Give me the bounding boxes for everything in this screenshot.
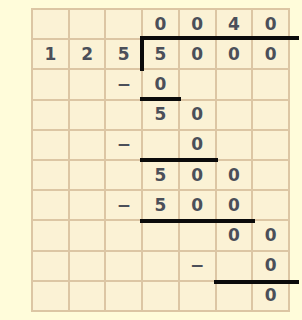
grid-cell-r7-c7 <box>253 191 288 219</box>
grid-cell-r1-c1 <box>33 10 68 38</box>
grid-cell-r1-c6: 4 <box>217 10 252 38</box>
grid-cell-r10-c1 <box>33 282 68 310</box>
grid-cell-r4-c6 <box>217 101 252 129</box>
grid-cell-r3-c5 <box>180 70 215 98</box>
grid-cell-r6-c3 <box>106 161 141 189</box>
grid-cell-r1-c2 <box>70 10 105 38</box>
grid-cell-r4-c3 <box>106 101 141 129</box>
grid-cell-r2-c7: 0 <box>253 40 288 68</box>
grid-cell-r9-c7: 0 <box>253 252 288 280</box>
grid-cell-r3-c6 <box>217 70 252 98</box>
grid-cell-r7-c5: 0 <box>180 191 215 219</box>
subtraction-rule-1 <box>140 97 181 101</box>
division-bracket-vertical <box>140 36 144 70</box>
grid-cell-r3-c2 <box>70 70 105 98</box>
grid-cell-r8-c7: 0 <box>253 221 288 249</box>
grid-cell-r9-c6 <box>217 252 252 280</box>
grid-cell-r5-c1 <box>33 131 68 159</box>
grid-cell-r10-c4 <box>143 282 178 310</box>
grid-cell-r9-c1 <box>33 252 68 280</box>
grid-cell-r6-c2 <box>70 161 105 189</box>
grid-cell-r4-c4: 5 <box>143 101 178 129</box>
grid-cell-r6-c5: 0 <box>180 161 215 189</box>
grid-cell-r2-c4: 5 <box>143 40 178 68</box>
grid-cell-r2-c2: 2 <box>70 40 105 68</box>
grid-cell-r6-c4: 5 <box>143 161 178 189</box>
grid-cell-r1-c5: 0 <box>180 10 215 38</box>
grid-cell-r5-c6 <box>217 131 252 159</box>
grid-cell-r8-c2 <box>70 221 105 249</box>
grid-cell-r2-c6: 0 <box>217 40 252 68</box>
grid-cell-r3-c3: − <box>106 70 141 98</box>
grid-cell-r7-c1 <box>33 191 68 219</box>
grid-cell-r8-c5 <box>180 221 215 249</box>
grid-cell-r9-c5: − <box>180 252 215 280</box>
grid-cell-r10-c3 <box>106 282 141 310</box>
grid-cell-r5-c7 <box>253 131 288 159</box>
grid-cell-r7-c3: − <box>106 191 141 219</box>
grid-cell-r7-c6: 0 <box>217 191 252 219</box>
grid-cell-r8-c4 <box>143 221 178 249</box>
grid-cell-r6-c7 <box>253 161 288 189</box>
grid-cell-r7-c2 <box>70 191 105 219</box>
grid-cell-r8-c3 <box>106 221 141 249</box>
grid-cell-r2-c3: 5 <box>106 40 141 68</box>
grid-cell-r5-c2 <box>70 131 105 159</box>
grid-cell-r10-c7: 0 <box>253 282 288 310</box>
grid-cell-r7-c4: 5 <box>143 191 178 219</box>
grid-cell-r9-c2 <box>70 252 105 280</box>
grid-cell-r5-c4 <box>143 131 178 159</box>
grid-cell-r1-c3 <box>106 10 141 38</box>
grid-cell-r10-c2 <box>70 282 105 310</box>
grid-cell-r6-c6: 0 <box>217 161 252 189</box>
grid-cell-r9-c3 <box>106 252 141 280</box>
grid-cell-r4-c1 <box>33 101 68 129</box>
grid-cell-r10-c6 <box>217 282 252 310</box>
long-division-worksheet: 00401255000−050−0500−50000−00 <box>0 0 302 320</box>
grid-cell-r4-c5: 0 <box>180 101 215 129</box>
grid-cell-r3-c1 <box>33 70 68 98</box>
grid-cell-r8-c6: 0 <box>217 221 252 249</box>
grid-cell-r5-c3: − <box>106 131 141 159</box>
grid-cell-r9-c4 <box>143 252 178 280</box>
division-vinculum <box>140 36 299 40</box>
grid-cell-r6-c1 <box>33 161 68 189</box>
grid-cell-r3-c7 <box>253 70 288 98</box>
grid-cell-r4-c2 <box>70 101 105 129</box>
grid-cell-r8-c1 <box>33 221 68 249</box>
grid-cell-r10-c5 <box>180 282 215 310</box>
grid-cell-r2-c5: 0 <box>180 40 215 68</box>
grid-cell-r5-c5: 0 <box>180 131 215 159</box>
grid-cell-r4-c7 <box>253 101 288 129</box>
grid-cell-r3-c4: 0 <box>143 70 178 98</box>
grid-cell-r2-c1: 1 <box>33 40 68 68</box>
subtraction-rule-2 <box>140 158 218 162</box>
subtraction-rule-4 <box>214 280 299 284</box>
subtraction-rule-3 <box>140 219 255 223</box>
grid-cell-r1-c4: 0 <box>143 10 178 38</box>
grid-cell-r1-c7: 0 <box>253 10 288 38</box>
